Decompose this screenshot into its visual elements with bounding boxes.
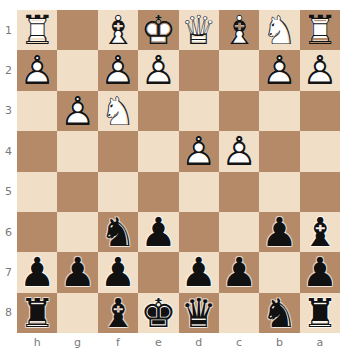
file-label-a: a	[300, 333, 340, 351]
white-piece-outline-glyph: ♗	[219, 10, 259, 50]
black-piece-glyph: ♟	[259, 212, 299, 252]
square-a4[interactable]	[300, 131, 340, 171]
square-c5[interactable]	[219, 172, 259, 212]
square-h8[interactable]: ♜	[17, 293, 57, 333]
square-d2[interactable]	[179, 50, 219, 90]
white-piece-outline-glyph: ♗	[98, 10, 138, 50]
square-b5[interactable]	[259, 172, 299, 212]
rank-label-8: 8	[0, 293, 17, 333]
rank-label-4: 4	[0, 131, 17, 171]
square-b1[interactable]: ♞♘	[259, 10, 299, 50]
square-d6[interactable]	[179, 212, 219, 252]
piece-white-knight-b1[interactable]: ♞♘	[259, 10, 299, 50]
white-piece-outline-glyph: ♙	[57, 91, 97, 131]
square-g2[interactable]	[57, 50, 97, 90]
white-piece-outline-glyph: ♙	[98, 50, 138, 90]
square-h4[interactable]	[17, 131, 57, 171]
piece-black-knight-b8[interactable]: ♞	[259, 293, 299, 333]
square-b4[interactable]	[259, 131, 299, 171]
piece-white-pawn-a2[interactable]: ♟♙	[300, 50, 340, 90]
square-f6[interactable]: ♞	[98, 212, 138, 252]
square-g4[interactable]	[57, 131, 97, 171]
file-labels: hgfedcba	[17, 333, 340, 351]
white-piece-outline-glyph: ♙	[17, 50, 57, 90]
rank-label-3: 3	[0, 91, 17, 131]
square-c1[interactable]: ♝♗	[219, 10, 259, 50]
black-piece-glyph: ♛	[179, 293, 219, 333]
black-piece-glyph: ♟	[57, 252, 97, 292]
square-d5[interactable]	[179, 172, 219, 212]
square-c8[interactable]	[219, 293, 259, 333]
rank-label-1: 1	[0, 10, 17, 50]
white-piece-outline-glyph: ♙	[300, 50, 340, 90]
file-label-d: d	[179, 333, 219, 351]
rank-label-7: 7	[0, 252, 17, 292]
piece-black-knight-f6[interactable]: ♞	[98, 212, 138, 252]
piece-black-queen-d8[interactable]: ♛	[179, 293, 219, 333]
square-b8[interactable]: ♞	[259, 293, 299, 333]
square-e7[interactable]	[138, 252, 178, 292]
piece-black-pawn-h7[interactable]: ♟	[17, 252, 57, 292]
piece-black-bishop-f8[interactable]: ♝	[98, 293, 138, 333]
black-piece-glyph: ♟	[219, 252, 259, 292]
file-label-b: b	[259, 333, 299, 351]
square-f1[interactable]: ♝♗	[98, 10, 138, 50]
square-g8[interactable]	[57, 293, 97, 333]
square-f5[interactable]	[98, 172, 138, 212]
square-a2[interactable]: ♟♙	[300, 50, 340, 90]
white-piece-outline-glyph: ♙	[259, 50, 299, 90]
black-piece-glyph: ♚	[138, 293, 178, 333]
white-piece-outline-glyph: ♙	[179, 131, 219, 171]
white-piece-outline-glyph: ♘	[259, 10, 299, 50]
piece-black-pawn-g7[interactable]: ♟	[57, 252, 97, 292]
square-g1[interactable]	[57, 10, 97, 50]
piece-white-pawn-c4[interactable]: ♟♙	[219, 131, 259, 171]
square-g6[interactable]	[57, 212, 97, 252]
piece-white-rook-a1[interactable]: ♜♖	[300, 10, 340, 50]
piece-black-pawn-b6[interactable]: ♟	[259, 212, 299, 252]
square-d3[interactable]	[179, 91, 219, 131]
rank-label-6: 6	[0, 212, 17, 252]
piece-white-pawn-e2[interactable]: ♟♙	[138, 50, 178, 90]
white-piece-outline-glyph: ♖	[300, 10, 340, 50]
square-e4[interactable]	[138, 131, 178, 171]
square-c3[interactable]	[219, 91, 259, 131]
square-c6[interactable]	[219, 212, 259, 252]
black-piece-glyph: ♟	[138, 212, 178, 252]
white-piece-outline-glyph: ♕	[179, 10, 219, 50]
square-h6[interactable]	[17, 212, 57, 252]
black-piece-glyph: ♜	[300, 293, 340, 333]
black-piece-glyph: ♟	[179, 252, 219, 292]
square-f2[interactable]: ♟♙	[98, 50, 138, 90]
white-piece-outline-glyph: ♔	[138, 10, 178, 50]
rank-labels: 12345678	[0, 10, 17, 333]
piece-white-bishop-f1[interactable]: ♝♗	[98, 10, 138, 50]
piece-black-pawn-c7[interactable]: ♟	[219, 252, 259, 292]
white-piece-outline-glyph: ♖	[17, 10, 57, 50]
square-h2[interactable]: ♟♙	[17, 50, 57, 90]
square-a7[interactable]: ♟	[300, 252, 340, 292]
black-piece-glyph: ♜	[17, 293, 57, 333]
piece-black-pawn-f7[interactable]: ♟	[98, 252, 138, 292]
black-piece-glyph: ♞	[259, 293, 299, 333]
chess-board-page: 12345678 ♜♖♝♗♚♔♛♕♝♗♞♘♜♖♟♙♟♙♟♙♟♙♟♙♟♙♞♘♟♙♟…	[0, 0, 348, 351]
white-piece-outline-glyph: ♙	[219, 131, 259, 171]
piece-black-pawn-a7[interactable]: ♟	[300, 252, 340, 292]
square-e8[interactable]: ♚	[138, 293, 178, 333]
square-e5[interactable]	[138, 172, 178, 212]
square-d1[interactable]: ♛♕	[179, 10, 219, 50]
square-b7[interactable]	[259, 252, 299, 292]
piece-white-king-e1[interactable]: ♚♔	[138, 10, 178, 50]
piece-black-rook-a8[interactable]: ♜	[300, 293, 340, 333]
black-piece-glyph: ♟	[300, 252, 340, 292]
file-label-f: f	[98, 333, 138, 351]
square-d8[interactable]: ♛	[179, 293, 219, 333]
piece-black-bishop-a6[interactable]: ♝	[300, 212, 340, 252]
square-e2[interactable]: ♟♙	[138, 50, 178, 90]
piece-white-knight-f3[interactable]: ♞♘	[98, 91, 138, 131]
file-label-h: h	[17, 333, 57, 351]
black-piece-glyph: ♝	[300, 212, 340, 252]
square-h1[interactable]: ♜♖	[17, 10, 57, 50]
white-piece-outline-glyph: ♙	[138, 50, 178, 90]
piece-white-bishop-c1[interactable]: ♝♗	[219, 10, 259, 50]
rank-label-2: 2	[0, 50, 17, 90]
square-c7[interactable]: ♟	[219, 252, 259, 292]
chess-board: ♜♖♝♗♚♔♛♕♝♗♞♘♜♖♟♙♟♙♟♙♟♙♟♙♟♙♞♘♟♙♟♙♞♟♟♝♟♟♟♟…	[17, 10, 340, 333]
square-a5[interactable]	[300, 172, 340, 212]
square-c2[interactable]	[219, 50, 259, 90]
square-h3[interactable]	[17, 91, 57, 131]
piece-black-rook-h8[interactable]: ♜	[17, 293, 57, 333]
piece-black-pawn-d7[interactable]: ♟	[179, 252, 219, 292]
square-f3[interactable]: ♞♘	[98, 91, 138, 131]
square-e6[interactable]: ♟	[138, 212, 178, 252]
square-b2[interactable]: ♟♙	[259, 50, 299, 90]
file-label-c: c	[219, 333, 259, 351]
square-f7[interactable]: ♟	[98, 252, 138, 292]
piece-white-queen-d1[interactable]: ♛♕	[179, 10, 219, 50]
black-piece-glyph: ♞	[98, 212, 138, 252]
square-b6[interactable]: ♟	[259, 212, 299, 252]
square-h7[interactable]: ♟	[17, 252, 57, 292]
piece-white-pawn-f2[interactable]: ♟♙	[98, 50, 138, 90]
piece-white-pawn-h2[interactable]: ♟♙	[17, 50, 57, 90]
piece-black-king-e8[interactable]: ♚	[138, 293, 178, 333]
square-f4[interactable]	[98, 131, 138, 171]
piece-white-pawn-d4[interactable]: ♟♙	[179, 131, 219, 171]
square-c4[interactable]: ♟♙	[219, 131, 259, 171]
black-piece-glyph: ♝	[98, 293, 138, 333]
file-label-e: e	[138, 333, 178, 351]
square-g5[interactable]	[57, 172, 97, 212]
black-piece-glyph: ♟	[98, 252, 138, 292]
piece-black-pawn-e6[interactable]: ♟	[138, 212, 178, 252]
square-g7[interactable]: ♟	[57, 252, 97, 292]
piece-white-rook-h1[interactable]: ♜♖	[17, 10, 57, 50]
square-h5[interactable]	[17, 172, 57, 212]
square-b3[interactable]	[259, 91, 299, 131]
white-piece-outline-glyph: ♘	[98, 91, 138, 131]
square-a1[interactable]: ♜♖	[300, 10, 340, 50]
square-a6[interactable]: ♝	[300, 212, 340, 252]
square-e1[interactable]: ♚♔	[138, 10, 178, 50]
piece-white-pawn-g3[interactable]: ♟♙	[57, 91, 97, 131]
square-a8[interactable]: ♜	[300, 293, 340, 333]
square-d4[interactable]: ♟♙	[179, 131, 219, 171]
square-g3[interactable]: ♟♙	[57, 91, 97, 131]
square-e3[interactable]	[138, 91, 178, 131]
black-piece-glyph: ♟	[17, 252, 57, 292]
file-label-g: g	[57, 333, 97, 351]
square-d7[interactable]: ♟	[179, 252, 219, 292]
square-a3[interactable]	[300, 91, 340, 131]
square-f8[interactable]: ♝	[98, 293, 138, 333]
piece-white-pawn-b2[interactable]: ♟♙	[259, 50, 299, 90]
rank-label-5: 5	[0, 172, 17, 212]
